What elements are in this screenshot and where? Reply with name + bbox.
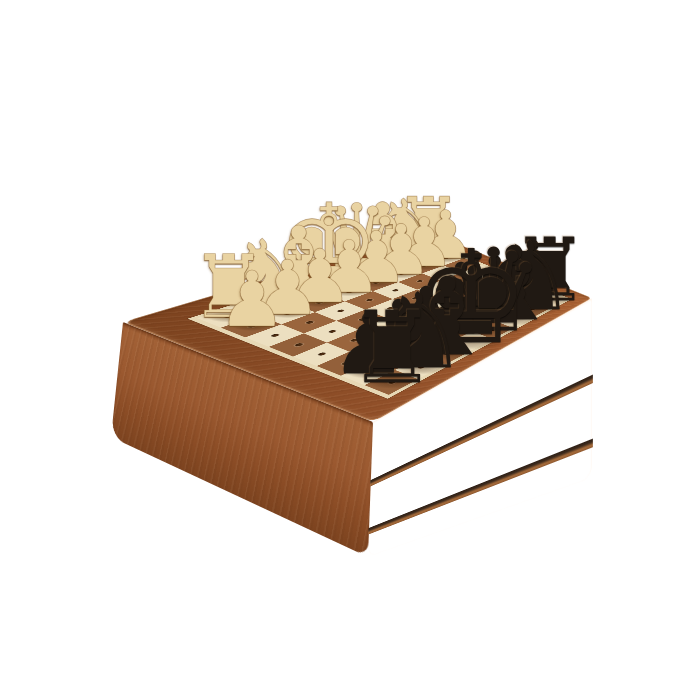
white-pawn[interactable]: ♟ bbox=[218, 262, 287, 339]
drawer-groove bbox=[368, 439, 593, 535]
travel-chess-set-scene: ♜♞♝♛♚♝♞♜♟♟♟♟♟♟♟♟♟♟♟♟♟♟♟♟♜♞♝♛♚♝♞♜ bbox=[0, 0, 700, 700]
black-rook[interactable]: ♜ bbox=[348, 299, 437, 398]
